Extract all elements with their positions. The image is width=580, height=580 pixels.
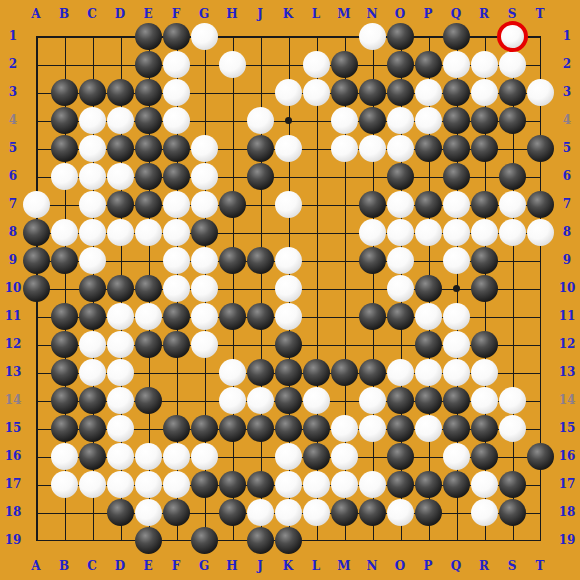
intersection-H4[interactable]	[218, 106, 246, 134]
intersection-E15[interactable]	[134, 414, 162, 442]
intersection-A17[interactable]	[22, 470, 50, 498]
intersection-G8[interactable]	[190, 218, 218, 246]
intersection-B8[interactable]	[50, 218, 78, 246]
intersection-F9[interactable]	[162, 246, 190, 274]
intersection-G5[interactable]	[190, 134, 218, 162]
intersection-B10[interactable]	[50, 274, 78, 302]
intersection-O12[interactable]	[386, 330, 414, 358]
intersection-R15[interactable]	[470, 414, 498, 442]
intersection-K11[interactable]	[274, 302, 302, 330]
intersection-Q10[interactable]	[442, 274, 470, 302]
intersection-S14[interactable]	[498, 386, 526, 414]
intersection-O11[interactable]	[386, 302, 414, 330]
intersection-J11[interactable]	[246, 302, 274, 330]
intersection-H9[interactable]	[218, 246, 246, 274]
intersection-H13[interactable]	[218, 358, 246, 386]
intersection-F13[interactable]	[162, 358, 190, 386]
intersection-C2[interactable]	[78, 50, 106, 78]
intersection-A4[interactable]	[22, 106, 50, 134]
intersection-G13[interactable]	[190, 358, 218, 386]
intersection-P5[interactable]	[414, 134, 442, 162]
intersection-T9[interactable]	[526, 246, 554, 274]
intersection-Q14[interactable]	[442, 386, 470, 414]
intersection-B4[interactable]	[50, 106, 78, 134]
intersection-C16[interactable]	[78, 442, 106, 470]
intersection-H2[interactable]	[218, 50, 246, 78]
intersection-B2[interactable]	[50, 50, 78, 78]
intersection-L4[interactable]	[302, 106, 330, 134]
intersection-E18[interactable]	[134, 498, 162, 526]
intersection-H10[interactable]	[218, 274, 246, 302]
intersection-R7[interactable]	[470, 190, 498, 218]
intersection-J17[interactable]	[246, 470, 274, 498]
intersection-L18[interactable]	[302, 498, 330, 526]
intersection-K3[interactable]	[274, 78, 302, 106]
intersection-C11[interactable]	[78, 302, 106, 330]
intersection-N18[interactable]	[358, 498, 386, 526]
intersection-B11[interactable]	[50, 302, 78, 330]
intersection-D11[interactable]	[106, 302, 134, 330]
intersection-Q1[interactable]	[442, 22, 470, 50]
intersection-R6[interactable]	[470, 162, 498, 190]
intersection-R11[interactable]	[470, 302, 498, 330]
intersection-C17[interactable]	[78, 470, 106, 498]
intersection-S16[interactable]	[498, 442, 526, 470]
intersection-E5[interactable]	[134, 134, 162, 162]
intersection-R17[interactable]	[470, 470, 498, 498]
intersection-T14[interactable]	[526, 386, 554, 414]
intersection-S5[interactable]	[498, 134, 526, 162]
intersection-K10[interactable]	[274, 274, 302, 302]
intersection-D3[interactable]	[106, 78, 134, 106]
intersection-C19[interactable]	[78, 526, 106, 554]
intersection-O9[interactable]	[386, 246, 414, 274]
intersection-P15[interactable]	[414, 414, 442, 442]
intersection-Q16[interactable]	[442, 442, 470, 470]
intersection-S3[interactable]	[498, 78, 526, 106]
intersection-D16[interactable]	[106, 442, 134, 470]
intersection-P1[interactable]	[414, 22, 442, 50]
intersection-O1[interactable]	[386, 22, 414, 50]
intersection-J10[interactable]	[246, 274, 274, 302]
intersection-P16[interactable]	[414, 442, 442, 470]
intersection-O3[interactable]	[386, 78, 414, 106]
intersection-H5[interactable]	[218, 134, 246, 162]
intersection-R12[interactable]	[470, 330, 498, 358]
intersection-J12[interactable]	[246, 330, 274, 358]
intersection-A13[interactable]	[22, 358, 50, 386]
intersection-S11[interactable]	[498, 302, 526, 330]
intersection-N14[interactable]	[358, 386, 386, 414]
intersection-K4[interactable]	[274, 106, 302, 134]
intersection-J14[interactable]	[246, 386, 274, 414]
intersection-K16[interactable]	[274, 442, 302, 470]
intersection-E16[interactable]	[134, 442, 162, 470]
intersection-E14[interactable]	[134, 386, 162, 414]
intersection-C1[interactable]	[78, 22, 106, 50]
intersection-G10[interactable]	[190, 274, 218, 302]
intersection-J4[interactable]	[246, 106, 274, 134]
intersection-R18[interactable]	[470, 498, 498, 526]
intersection-L11[interactable]	[302, 302, 330, 330]
intersection-F2[interactable]	[162, 50, 190, 78]
intersection-T5[interactable]	[526, 134, 554, 162]
intersection-J2[interactable]	[246, 50, 274, 78]
intersection-Q7[interactable]	[442, 190, 470, 218]
intersection-E4[interactable]	[134, 106, 162, 134]
intersection-O18[interactable]	[386, 498, 414, 526]
intersection-H16[interactable]	[218, 442, 246, 470]
intersection-S13[interactable]	[498, 358, 526, 386]
intersection-T13[interactable]	[526, 358, 554, 386]
intersection-T8[interactable]	[526, 218, 554, 246]
intersection-A14[interactable]	[22, 386, 50, 414]
intersection-L17[interactable]	[302, 470, 330, 498]
intersection-S10[interactable]	[498, 274, 526, 302]
intersection-R13[interactable]	[470, 358, 498, 386]
intersection-B14[interactable]	[50, 386, 78, 414]
intersection-K18[interactable]	[274, 498, 302, 526]
intersection-F1[interactable]	[162, 22, 190, 50]
intersection-E19[interactable]	[134, 526, 162, 554]
intersection-M14[interactable]	[330, 386, 358, 414]
intersection-L15[interactable]	[302, 414, 330, 442]
intersection-T18[interactable]	[526, 498, 554, 526]
intersection-O14[interactable]	[386, 386, 414, 414]
intersection-G9[interactable]	[190, 246, 218, 274]
intersection-G18[interactable]	[190, 498, 218, 526]
intersection-A11[interactable]	[22, 302, 50, 330]
intersection-F18[interactable]	[162, 498, 190, 526]
intersection-T15[interactable]	[526, 414, 554, 442]
intersection-N15[interactable]	[358, 414, 386, 442]
intersection-A16[interactable]	[22, 442, 50, 470]
intersection-C18[interactable]	[78, 498, 106, 526]
intersection-R2[interactable]	[470, 50, 498, 78]
intersection-M5[interactable]	[330, 134, 358, 162]
intersection-E6[interactable]	[134, 162, 162, 190]
intersection-L7[interactable]	[302, 190, 330, 218]
intersection-M12[interactable]	[330, 330, 358, 358]
intersection-R14[interactable]	[470, 386, 498, 414]
intersection-R1[interactable]	[470, 22, 498, 50]
intersection-F6[interactable]	[162, 162, 190, 190]
intersection-N17[interactable]	[358, 470, 386, 498]
intersection-O16[interactable]	[386, 442, 414, 470]
intersection-O5[interactable]	[386, 134, 414, 162]
intersection-M7[interactable]	[330, 190, 358, 218]
intersection-E1[interactable]	[134, 22, 162, 50]
intersection-R8[interactable]	[470, 218, 498, 246]
intersection-D13[interactable]	[106, 358, 134, 386]
intersection-B1[interactable]	[50, 22, 78, 50]
intersection-F14[interactable]	[162, 386, 190, 414]
intersection-F12[interactable]	[162, 330, 190, 358]
intersection-J9[interactable]	[246, 246, 274, 274]
intersection-G17[interactable]	[190, 470, 218, 498]
intersection-T4[interactable]	[526, 106, 554, 134]
intersection-P10[interactable]	[414, 274, 442, 302]
intersection-L19[interactable]	[302, 526, 330, 554]
intersection-T3[interactable]	[526, 78, 554, 106]
intersection-K7[interactable]	[274, 190, 302, 218]
intersection-A9[interactable]	[22, 246, 50, 274]
intersection-C10[interactable]	[78, 274, 106, 302]
intersection-K13[interactable]	[274, 358, 302, 386]
intersection-P8[interactable]	[414, 218, 442, 246]
intersection-O4[interactable]	[386, 106, 414, 134]
intersection-C7[interactable]	[78, 190, 106, 218]
intersection-L13[interactable]	[302, 358, 330, 386]
intersection-H7[interactable]	[218, 190, 246, 218]
intersection-D17[interactable]	[106, 470, 134, 498]
intersection-Q5[interactable]	[442, 134, 470, 162]
intersection-S6[interactable]	[498, 162, 526, 190]
intersection-M9[interactable]	[330, 246, 358, 274]
intersection-L3[interactable]	[302, 78, 330, 106]
intersection-R19[interactable]	[470, 526, 498, 554]
intersection-N11[interactable]	[358, 302, 386, 330]
intersection-H3[interactable]	[218, 78, 246, 106]
intersection-N6[interactable]	[358, 162, 386, 190]
intersection-P4[interactable]	[414, 106, 442, 134]
intersection-P12[interactable]	[414, 330, 442, 358]
intersection-T19[interactable]	[526, 526, 554, 554]
intersection-S15[interactable]	[498, 414, 526, 442]
intersection-K5[interactable]	[274, 134, 302, 162]
intersection-E13[interactable]	[134, 358, 162, 386]
intersection-S2[interactable]	[498, 50, 526, 78]
intersection-G4[interactable]	[190, 106, 218, 134]
intersection-Q12[interactable]	[442, 330, 470, 358]
intersection-J16[interactable]	[246, 442, 274, 470]
intersection-M2[interactable]	[330, 50, 358, 78]
intersection-E8[interactable]	[134, 218, 162, 246]
intersection-C4[interactable]	[78, 106, 106, 134]
intersection-N13[interactable]	[358, 358, 386, 386]
intersection-Q9[interactable]	[442, 246, 470, 274]
intersection-Q13[interactable]	[442, 358, 470, 386]
intersection-H1[interactable]	[218, 22, 246, 50]
intersection-E12[interactable]	[134, 330, 162, 358]
intersection-E2[interactable]	[134, 50, 162, 78]
intersection-N3[interactable]	[358, 78, 386, 106]
intersection-S4[interactable]	[498, 106, 526, 134]
intersection-G19[interactable]	[190, 526, 218, 554]
intersection-K8[interactable]	[274, 218, 302, 246]
intersection-E3[interactable]	[134, 78, 162, 106]
intersection-K14[interactable]	[274, 386, 302, 414]
intersection-C5[interactable]	[78, 134, 106, 162]
intersection-D8[interactable]	[106, 218, 134, 246]
intersection-C12[interactable]	[78, 330, 106, 358]
intersection-F10[interactable]	[162, 274, 190, 302]
intersection-D15[interactable]	[106, 414, 134, 442]
intersection-S19[interactable]	[498, 526, 526, 554]
intersection-P13[interactable]	[414, 358, 442, 386]
intersection-H18[interactable]	[218, 498, 246, 526]
intersection-M1[interactable]	[330, 22, 358, 50]
intersection-M8[interactable]	[330, 218, 358, 246]
intersection-O15[interactable]	[386, 414, 414, 442]
intersection-D19[interactable]	[106, 526, 134, 554]
intersection-O13[interactable]	[386, 358, 414, 386]
intersection-T2[interactable]	[526, 50, 554, 78]
intersection-G15[interactable]	[190, 414, 218, 442]
intersection-G16[interactable]	[190, 442, 218, 470]
intersection-D5[interactable]	[106, 134, 134, 162]
intersection-S7[interactable]	[498, 190, 526, 218]
intersection-B12[interactable]	[50, 330, 78, 358]
intersection-O8[interactable]	[386, 218, 414, 246]
intersection-J1[interactable]	[246, 22, 274, 50]
intersection-E10[interactable]	[134, 274, 162, 302]
intersection-A5[interactable]	[22, 134, 50, 162]
intersection-H12[interactable]	[218, 330, 246, 358]
intersection-L9[interactable]	[302, 246, 330, 274]
intersection-N7[interactable]	[358, 190, 386, 218]
intersection-F7[interactable]	[162, 190, 190, 218]
intersection-A15[interactable]	[22, 414, 50, 442]
intersection-P11[interactable]	[414, 302, 442, 330]
intersection-J6[interactable]	[246, 162, 274, 190]
intersection-E7[interactable]	[134, 190, 162, 218]
intersection-K15[interactable]	[274, 414, 302, 442]
intersection-T1[interactable]	[526, 22, 554, 50]
intersection-H15[interactable]	[218, 414, 246, 442]
intersection-M19[interactable]	[330, 526, 358, 554]
intersection-S12[interactable]	[498, 330, 526, 358]
intersection-C6[interactable]	[78, 162, 106, 190]
intersection-R16[interactable]	[470, 442, 498, 470]
intersection-S17[interactable]	[498, 470, 526, 498]
intersection-A18[interactable]	[22, 498, 50, 526]
intersection-Q6[interactable]	[442, 162, 470, 190]
intersection-R3[interactable]	[470, 78, 498, 106]
intersection-F8[interactable]	[162, 218, 190, 246]
intersection-O17[interactable]	[386, 470, 414, 498]
intersection-N8[interactable]	[358, 218, 386, 246]
intersection-R10[interactable]	[470, 274, 498, 302]
intersection-K19[interactable]	[274, 526, 302, 554]
intersection-P6[interactable]	[414, 162, 442, 190]
intersection-D6[interactable]	[106, 162, 134, 190]
intersection-A1[interactable]	[22, 22, 50, 50]
intersection-K12[interactable]	[274, 330, 302, 358]
intersection-L10[interactable]	[302, 274, 330, 302]
intersection-K6[interactable]	[274, 162, 302, 190]
intersection-T7[interactable]	[526, 190, 554, 218]
intersection-L5[interactable]	[302, 134, 330, 162]
intersection-F16[interactable]	[162, 442, 190, 470]
intersection-S1[interactable]	[498, 22, 526, 50]
intersection-P3[interactable]	[414, 78, 442, 106]
intersection-F17[interactable]	[162, 470, 190, 498]
intersection-J18[interactable]	[246, 498, 274, 526]
intersection-A6[interactable]	[22, 162, 50, 190]
intersection-J5[interactable]	[246, 134, 274, 162]
intersection-H17[interactable]	[218, 470, 246, 498]
intersection-C13[interactable]	[78, 358, 106, 386]
intersection-Q8[interactable]	[442, 218, 470, 246]
intersection-M3[interactable]	[330, 78, 358, 106]
intersection-D18[interactable]	[106, 498, 134, 526]
intersection-N9[interactable]	[358, 246, 386, 274]
intersection-H8[interactable]	[218, 218, 246, 246]
intersection-Q4[interactable]	[442, 106, 470, 134]
intersection-L8[interactable]	[302, 218, 330, 246]
intersection-Q2[interactable]	[442, 50, 470, 78]
intersection-F11[interactable]	[162, 302, 190, 330]
intersection-O2[interactable]	[386, 50, 414, 78]
intersection-O19[interactable]	[386, 526, 414, 554]
intersection-M17[interactable]	[330, 470, 358, 498]
intersection-K17[interactable]	[274, 470, 302, 498]
intersection-C9[interactable]	[78, 246, 106, 274]
intersection-D14[interactable]	[106, 386, 134, 414]
intersection-N19[interactable]	[358, 526, 386, 554]
intersection-S8[interactable]	[498, 218, 526, 246]
intersection-B19[interactable]	[50, 526, 78, 554]
intersection-L2[interactable]	[302, 50, 330, 78]
intersection-Q17[interactable]	[442, 470, 470, 498]
intersection-C3[interactable]	[78, 78, 106, 106]
intersection-B13[interactable]	[50, 358, 78, 386]
intersection-B15[interactable]	[50, 414, 78, 442]
intersection-N4[interactable]	[358, 106, 386, 134]
intersection-G12[interactable]	[190, 330, 218, 358]
intersection-N2[interactable]	[358, 50, 386, 78]
intersection-M4[interactable]	[330, 106, 358, 134]
intersection-T12[interactable]	[526, 330, 554, 358]
intersection-F5[interactable]	[162, 134, 190, 162]
intersection-T6[interactable]	[526, 162, 554, 190]
intersection-J15[interactable]	[246, 414, 274, 442]
intersection-P9[interactable]	[414, 246, 442, 274]
intersection-J8[interactable]	[246, 218, 274, 246]
intersection-S18[interactable]	[498, 498, 526, 526]
intersection-E9[interactable]	[134, 246, 162, 274]
intersection-P7[interactable]	[414, 190, 442, 218]
intersection-H11[interactable]	[218, 302, 246, 330]
intersection-B9[interactable]	[50, 246, 78, 274]
intersection-J19[interactable]	[246, 526, 274, 554]
intersection-N1[interactable]	[358, 22, 386, 50]
intersection-D10[interactable]	[106, 274, 134, 302]
intersection-B16[interactable]	[50, 442, 78, 470]
intersection-C14[interactable]	[78, 386, 106, 414]
intersection-H19[interactable]	[218, 526, 246, 554]
intersection-G2[interactable]	[190, 50, 218, 78]
intersection-Q19[interactable]	[442, 526, 470, 554]
intersection-D1[interactable]	[106, 22, 134, 50]
intersection-P18[interactable]	[414, 498, 442, 526]
intersection-P19[interactable]	[414, 526, 442, 554]
intersection-F4[interactable]	[162, 106, 190, 134]
intersection-O6[interactable]	[386, 162, 414, 190]
intersection-N16[interactable]	[358, 442, 386, 470]
intersection-A19[interactable]	[22, 526, 50, 554]
intersection-P17[interactable]	[414, 470, 442, 498]
intersection-B17[interactable]	[50, 470, 78, 498]
intersection-A3[interactable]	[22, 78, 50, 106]
intersection-B3[interactable]	[50, 78, 78, 106]
intersection-T11[interactable]	[526, 302, 554, 330]
intersection-D12[interactable]	[106, 330, 134, 358]
intersection-G11[interactable]	[190, 302, 218, 330]
intersection-A8[interactable]	[22, 218, 50, 246]
intersection-L16[interactable]	[302, 442, 330, 470]
